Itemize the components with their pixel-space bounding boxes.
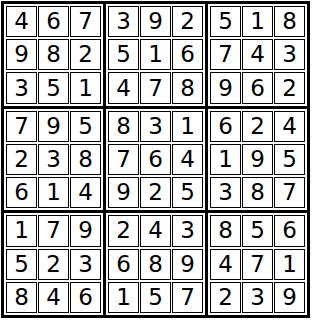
cell-r9c9[interactable]: 9 (274, 282, 305, 313)
cell-r5c6[interactable]: 4 (172, 144, 203, 175)
sudoku-board: 4679823513925164785187439627952386148317… (1, 1, 310, 318)
sudoku-box-3: 518743962 (208, 4, 307, 106)
cell-r4c7[interactable]: 6 (210, 111, 241, 142)
sudoku-box-5: 831764925 (106, 109, 205, 211)
cell-r1c5[interactable]: 9 (140, 6, 171, 37)
cell-r8c2[interactable]: 2 (38, 249, 69, 280)
cell-r3c5[interactable]: 7 (140, 72, 171, 103)
cell-r2c8[interactable]: 4 (242, 39, 273, 70)
cell-r7c1[interactable]: 1 (6, 215, 37, 246)
sudoku-box-6: 624195387 (208, 109, 307, 211)
cell-r9c7[interactable]: 2 (210, 282, 241, 313)
cell-r8c9[interactable]: 1 (274, 249, 305, 280)
cell-r5c3[interactable]: 8 (70, 144, 101, 175)
cell-r2c5[interactable]: 1 (140, 39, 171, 70)
cell-r7c6[interactable]: 3 (172, 215, 203, 246)
sudoku-box-7: 179523846 (4, 213, 103, 315)
cell-r6c5[interactable]: 2 (140, 177, 171, 208)
cell-r2c9[interactable]: 3 (274, 39, 305, 70)
cell-r8c7[interactable]: 4 (210, 249, 241, 280)
cell-r9c2[interactable]: 4 (38, 282, 69, 313)
cell-r3c8[interactable]: 6 (242, 72, 273, 103)
cell-r9c3[interactable]: 6 (70, 282, 101, 313)
cell-r3c6[interactable]: 8 (172, 72, 203, 103)
cell-r7c2[interactable]: 7 (38, 215, 69, 246)
cell-r5c7[interactable]: 1 (210, 144, 241, 175)
cell-r6c3[interactable]: 4 (70, 177, 101, 208)
cell-r4c4[interactable]: 8 (108, 111, 139, 142)
cell-r9c5[interactable]: 5 (140, 282, 171, 313)
sudoku-box-1: 467982351 (4, 4, 103, 106)
cell-r8c4[interactable]: 6 (108, 249, 139, 280)
cell-r3c9[interactable]: 2 (274, 72, 305, 103)
cell-r1c3[interactable]: 7 (70, 6, 101, 37)
cell-r2c2[interactable]: 8 (38, 39, 69, 70)
cell-r5c4[interactable]: 7 (108, 144, 139, 175)
cell-r7c3[interactable]: 9 (70, 215, 101, 246)
cell-r6c9[interactable]: 7 (274, 177, 305, 208)
cell-r8c3[interactable]: 3 (70, 249, 101, 280)
cell-r9c8[interactable]: 3 (242, 282, 273, 313)
cell-r2c4[interactable]: 5 (108, 39, 139, 70)
cell-r1c8[interactable]: 1 (242, 6, 273, 37)
cell-r2c1[interactable]: 9 (6, 39, 37, 70)
cell-r1c4[interactable]: 3 (108, 6, 139, 37)
cell-r6c1[interactable]: 6 (6, 177, 37, 208)
sudoku-box-2: 392516478 (106, 4, 205, 106)
cell-r4c6[interactable]: 1 (172, 111, 203, 142)
cell-r9c1[interactable]: 8 (6, 282, 37, 313)
cell-r6c8[interactable]: 8 (242, 177, 273, 208)
cell-r6c7[interactable]: 3 (210, 177, 241, 208)
cell-r2c6[interactable]: 6 (172, 39, 203, 70)
cell-r4c1[interactable]: 7 (6, 111, 37, 142)
cell-r1c1[interactable]: 4 (6, 6, 37, 37)
cell-r7c9[interactable]: 6 (274, 215, 305, 246)
cell-r3c2[interactable]: 5 (38, 72, 69, 103)
sudoku-box-4: 795238614 (4, 109, 103, 211)
cell-r3c7[interactable]: 9 (210, 72, 241, 103)
cell-r5c8[interactable]: 9 (242, 144, 273, 175)
cell-r2c7[interactable]: 7 (210, 39, 241, 70)
cell-r4c9[interactable]: 4 (274, 111, 305, 142)
cell-r6c6[interactable]: 5 (172, 177, 203, 208)
cell-r4c2[interactable]: 9 (38, 111, 69, 142)
cell-r8c6[interactable]: 9 (172, 249, 203, 280)
cell-r8c1[interactable]: 5 (6, 249, 37, 280)
cell-r7c7[interactable]: 8 (210, 215, 241, 246)
sudoku-box-8: 243689157 (106, 213, 205, 315)
cell-r8c5[interactable]: 8 (140, 249, 171, 280)
cell-r1c7[interactable]: 5 (210, 6, 241, 37)
cell-r5c1[interactable]: 2 (6, 144, 37, 175)
cell-r9c4[interactable]: 1 (108, 282, 139, 313)
cell-r6c2[interactable]: 1 (38, 177, 69, 208)
cell-r1c9[interactable]: 8 (274, 6, 305, 37)
cell-r3c1[interactable]: 3 (6, 72, 37, 103)
cell-r5c2[interactable]: 3 (38, 144, 69, 175)
cell-r7c8[interactable]: 5 (242, 215, 273, 246)
cell-r8c8[interactable]: 7 (242, 249, 273, 280)
sudoku-box-9: 856471239 (208, 213, 307, 315)
cell-r5c9[interactable]: 5 (274, 144, 305, 175)
cell-r1c6[interactable]: 2 (172, 6, 203, 37)
cell-r2c3[interactable]: 2 (70, 39, 101, 70)
cell-r9c6[interactable]: 7 (172, 282, 203, 313)
cell-r4c8[interactable]: 2 (242, 111, 273, 142)
cell-r7c4[interactable]: 2 (108, 215, 139, 246)
cell-r4c3[interactable]: 5 (70, 111, 101, 142)
cell-r1c2[interactable]: 6 (38, 6, 69, 37)
cell-r5c5[interactable]: 6 (140, 144, 171, 175)
cell-r4c5[interactable]: 3 (140, 111, 171, 142)
cell-r6c4[interactable]: 9 (108, 177, 139, 208)
cell-r7c5[interactable]: 4 (140, 215, 171, 246)
cell-r3c3[interactable]: 1 (70, 72, 101, 103)
cell-r3c4[interactable]: 4 (108, 72, 139, 103)
